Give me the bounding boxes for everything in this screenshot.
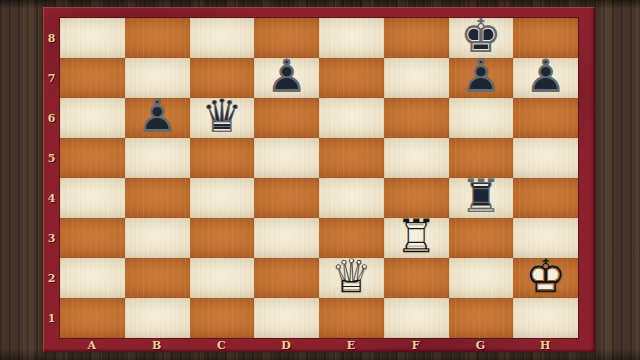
square-h3[interactable] [513, 218, 578, 258]
piece-black-pawn-d7[interactable]: ♟♙ [254, 58, 319, 98]
square-a7[interactable] [60, 58, 125, 98]
square-a4[interactable] [60, 178, 125, 218]
file-label-a: A [60, 338, 125, 352]
square-h4[interactable] [513, 178, 578, 218]
square-d6[interactable] [254, 98, 319, 138]
square-a1[interactable] [60, 298, 125, 338]
piece-black-pawn-g7[interactable]: ♟♙ [449, 58, 514, 98]
piece-black-pawn-h7[interactable]: ♟♙ [513, 58, 578, 98]
file-label-g: G [449, 338, 514, 352]
black-rook-glyph: ♜ [460, 173, 501, 219]
square-f4[interactable] [384, 178, 449, 218]
square-a3[interactable] [60, 218, 125, 258]
square-b1[interactable] [125, 298, 190, 338]
square-h6[interactable] [513, 98, 578, 138]
rank-label-4: 4 [43, 178, 60, 218]
square-f2[interactable] [384, 258, 449, 298]
square-f8[interactable] [384, 18, 449, 58]
square-f3[interactable]: ♜♖ [384, 218, 449, 258]
black-pawn-glyph: ♟ [525, 53, 566, 99]
rank-label-2: 2 [43, 258, 60, 298]
black-queen-glyph: ♛ [201, 93, 242, 139]
square-h8[interactable] [513, 18, 578, 58]
rank-label-6: 6 [43, 98, 60, 138]
file-label-d: D [254, 338, 319, 352]
chess-app-window: 87654321 ABCDEFGH ♚♔♟♙♟♙♟♙♟♙♛♕♜♖♜♖♛♕♚♔ [0, 0, 640, 360]
square-a2[interactable] [60, 258, 125, 298]
rank-label-1: 1 [43, 298, 60, 338]
file-labels: ABCDEFGH [60, 338, 578, 352]
square-b4[interactable] [125, 178, 190, 218]
square-f1[interactable] [384, 298, 449, 338]
square-e3[interactable] [319, 218, 384, 258]
piece-black-rook-g4[interactable]: ♜♖ [449, 178, 514, 218]
square-a5[interactable] [60, 138, 125, 178]
square-c1[interactable] [190, 298, 255, 338]
piece-black-pawn-b6[interactable]: ♟♙ [125, 98, 190, 138]
piece-white-king-h2[interactable]: ♚♔ [513, 258, 578, 298]
square-h7[interactable]: ♟♙ [513, 58, 578, 98]
rank-label-8: 8 [43, 18, 60, 58]
black-pawn-outline: ♙ [137, 93, 178, 139]
square-e6[interactable] [319, 98, 384, 138]
file-label-h: H [513, 338, 578, 352]
square-c6[interactable]: ♛♕ [190, 98, 255, 138]
square-g1[interactable] [449, 298, 514, 338]
square-c7[interactable] [190, 58, 255, 98]
square-d3[interactable] [254, 218, 319, 258]
square-e4[interactable] [319, 178, 384, 218]
square-d2[interactable] [254, 258, 319, 298]
square-b3[interactable] [125, 218, 190, 258]
square-d1[interactable] [254, 298, 319, 338]
piece-black-king-g8[interactable]: ♚♔ [449, 18, 514, 58]
square-e7[interactable] [319, 58, 384, 98]
black-pawn-outline: ♙ [266, 53, 307, 99]
black-rook-outline: ♖ [460, 173, 501, 219]
square-b6[interactable]: ♟♙ [125, 98, 190, 138]
square-h5[interactable] [513, 138, 578, 178]
square-g8[interactable]: ♚♔ [449, 18, 514, 58]
square-f6[interactable] [384, 98, 449, 138]
square-c3[interactable] [190, 218, 255, 258]
square-g3[interactable] [449, 218, 514, 258]
piece-black-queen-c6[interactable]: ♛♕ [190, 98, 255, 138]
square-g6[interactable] [449, 98, 514, 138]
square-e5[interactable] [319, 138, 384, 178]
square-d5[interactable] [254, 138, 319, 178]
black-king-outline: ♔ [460, 13, 501, 59]
square-g2[interactable] [449, 258, 514, 298]
file-label-e: E [319, 338, 384, 352]
black-king-glyph: ♚ [460, 13, 501, 59]
square-a6[interactable] [60, 98, 125, 138]
square-a8[interactable] [60, 18, 125, 58]
square-b7[interactable] [125, 58, 190, 98]
square-d7[interactable]: ♟♙ [254, 58, 319, 98]
white-king-outline: ♔ [525, 253, 566, 299]
square-g5[interactable] [449, 138, 514, 178]
rank-label-3: 3 [43, 218, 60, 258]
white-queen-glyph: ♛ [331, 253, 372, 299]
square-b5[interactable] [125, 138, 190, 178]
square-f7[interactable] [384, 58, 449, 98]
rank-label-5: 5 [43, 138, 60, 178]
rank-label-7: 7 [43, 58, 60, 98]
black-pawn-glyph: ♟ [137, 93, 178, 139]
black-pawn-glyph: ♟ [460, 53, 501, 99]
square-h1[interactable] [513, 298, 578, 338]
file-label-f: F [384, 338, 449, 352]
square-g4[interactable]: ♜♖ [449, 178, 514, 218]
file-label-b: B [125, 338, 190, 352]
square-f5[interactable] [384, 138, 449, 178]
white-rook-glyph: ♜ [396, 213, 437, 259]
square-c8[interactable] [190, 18, 255, 58]
rank-labels: 87654321 [43, 18, 60, 338]
piece-white-queen-e2[interactable]: ♛♕ [319, 258, 384, 298]
piece-white-rook-f3[interactable]: ♜♖ [384, 218, 449, 258]
square-b8[interactable] [125, 18, 190, 58]
square-d8[interactable] [254, 18, 319, 58]
white-king-glyph: ♚ [525, 253, 566, 299]
black-queen-outline: ♕ [201, 93, 242, 139]
black-pawn-glyph: ♟ [266, 53, 307, 99]
board: ♚♔♟♙♟♙♟♙♟♙♛♕♜♖♜♖♛♕♚♔ [60, 18, 578, 338]
square-e1[interactable] [319, 298, 384, 338]
file-label-c: C [190, 338, 255, 352]
square-g7[interactable]: ♟♙ [449, 58, 514, 98]
white-rook-outline: ♖ [396, 213, 437, 259]
square-d4[interactable] [254, 178, 319, 218]
square-h2[interactable]: ♚♔ [513, 258, 578, 298]
square-c4[interactable] [190, 178, 255, 218]
square-c2[interactable] [190, 258, 255, 298]
black-pawn-outline: ♙ [525, 53, 566, 99]
square-b2[interactable] [125, 258, 190, 298]
black-pawn-outline: ♙ [460, 53, 501, 99]
white-queen-outline: ♕ [331, 253, 372, 299]
square-e8[interactable] [319, 18, 384, 58]
square-e2[interactable]: ♛♕ [319, 258, 384, 298]
square-c5[interactable] [190, 138, 255, 178]
